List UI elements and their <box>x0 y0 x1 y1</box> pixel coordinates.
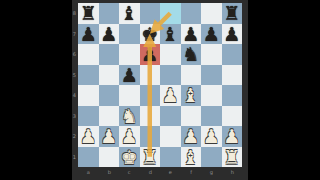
square-f2[interactable]: ♟ <box>181 126 202 147</box>
black-bishop[interactable]: ♝ <box>121 3 138 24</box>
square-h4[interactable] <box>222 85 243 106</box>
white-knight[interactable]: ♞ <box>121 106 138 127</box>
square-b4[interactable] <box>99 85 120 106</box>
square-d3[interactable] <box>140 106 161 127</box>
square-c3[interactable]: ♞ <box>119 106 140 127</box>
white-pawn[interactable]: ♟ <box>121 126 138 147</box>
black-pawn[interactable]: ♟ <box>203 24 220 45</box>
square-e1[interactable] <box>160 147 181 168</box>
rank-label-6: 6 <box>72 46 78 63</box>
square-d6[interactable]: ♟ <box>140 44 161 65</box>
white-rook[interactable]: ♜ <box>223 147 240 168</box>
square-b1[interactable] <box>99 147 120 168</box>
square-f3[interactable] <box>181 106 202 127</box>
black-pawn[interactable]: ♟ <box>100 24 117 45</box>
letterbox-right <box>248 0 320 180</box>
white-pawn[interactable]: ♟ <box>203 126 220 147</box>
square-c5[interactable]: ♟ <box>119 65 140 86</box>
file-label-b: b <box>100 167 117 176</box>
square-c8[interactable]: ♝ <box>119 3 140 24</box>
square-b8[interactable] <box>99 3 120 24</box>
square-e4[interactable]: ♟ <box>160 85 181 106</box>
square-g2[interactable]: ♟ <box>201 126 222 147</box>
square-h3[interactable] <box>222 106 243 127</box>
square-c2[interactable]: ♟ <box>119 126 140 147</box>
square-g3[interactable] <box>201 106 222 127</box>
black-pawn[interactable]: ♟ <box>121 65 138 86</box>
square-a8[interactable]: ♜ <box>78 3 99 24</box>
file-label-e: e <box>162 167 179 176</box>
black-pawn[interactable]: ♟ <box>80 24 97 45</box>
square-f7[interactable]: ♟ <box>181 24 202 45</box>
white-pawn[interactable]: ♟ <box>100 126 117 147</box>
white-pawn[interactable]: ♟ <box>162 85 179 106</box>
square-b7[interactable]: ♟ <box>99 24 120 45</box>
rank-label-4: 4 <box>72 87 78 104</box>
square-e6[interactable] <box>160 44 181 65</box>
square-c1[interactable]: ♚ <box>119 147 140 168</box>
file-labels: abcdefgh <box>78 167 242 177</box>
square-g4[interactable] <box>201 85 222 106</box>
square-a5[interactable] <box>78 65 99 86</box>
file-label-c: c <box>121 167 138 176</box>
rank-label-5: 5 <box>72 66 78 83</box>
square-e3[interactable] <box>160 106 181 127</box>
square-e8[interactable] <box>160 3 181 24</box>
square-h8[interactable]: ♜ <box>222 3 243 24</box>
rank-label-8: 8 <box>72 5 78 22</box>
square-b2[interactable]: ♟ <box>99 126 120 147</box>
square-a2[interactable]: ♟ <box>78 126 99 147</box>
square-f5[interactable] <box>181 65 202 86</box>
file-label-d: d <box>141 167 158 176</box>
rank-label-3: 3 <box>72 107 78 124</box>
black-bishop[interactable]: ♝ <box>162 24 179 45</box>
square-c6[interactable] <box>119 44 140 65</box>
square-e5[interactable] <box>160 65 181 86</box>
square-a3[interactable] <box>78 106 99 127</box>
file-label-f: f <box>182 167 199 176</box>
white-king[interactable]: ♚ <box>121 147 138 168</box>
white-pawn[interactable]: ♟ <box>182 126 199 147</box>
white-pawn[interactable]: ♟ <box>223 126 240 147</box>
square-c7[interactable] <box>119 24 140 45</box>
square-g6[interactable] <box>201 44 222 65</box>
square-h1[interactable]: ♜ <box>222 147 243 168</box>
white-bishop[interactable]: ♝ <box>182 85 199 106</box>
square-g5[interactable] <box>201 65 222 86</box>
black-rook[interactable]: ♜ <box>223 3 240 24</box>
square-f4[interactable]: ♝ <box>181 85 202 106</box>
black-king[interactable]: ♚ <box>141 24 158 45</box>
black-pawn[interactable]: ♟ <box>223 24 240 45</box>
square-a7[interactable]: ♟ <box>78 24 99 45</box>
white-rook[interactable]: ♜ <box>141 147 158 168</box>
white-bishop[interactable]: ♝ <box>182 147 199 168</box>
black-knight[interactable]: ♞ <box>182 44 199 65</box>
square-d4[interactable] <box>140 85 161 106</box>
black-rook[interactable]: ♜ <box>80 3 97 24</box>
file-label-a: a <box>80 167 97 176</box>
square-h2[interactable]: ♟ <box>222 126 243 147</box>
square-g1[interactable] <box>201 147 222 168</box>
square-d1[interactable]: ♜ <box>140 147 161 168</box>
square-h7[interactable]: ♟ <box>222 24 243 45</box>
black-pawn[interactable]: ♟ <box>141 44 158 65</box>
square-d2[interactable] <box>140 126 161 147</box>
file-label-h: h <box>223 167 240 176</box>
video-frame: 87654321 ♜♝♜♟♟♚♝♟♟♟♟♞♟♟♝♞♟♟♟♟♟♟♚♜♝♜ abcd… <box>0 0 320 180</box>
rank-label-1: 1 <box>72 148 78 165</box>
letterbox-left <box>0 0 72 180</box>
square-g8[interactable] <box>201 3 222 24</box>
black-pawn[interactable]: ♟ <box>182 24 199 45</box>
file-label-g: g <box>203 167 220 176</box>
square-d7[interactable]: ♚ <box>140 24 161 45</box>
square-h5[interactable] <box>222 65 243 86</box>
square-b6[interactable] <box>99 44 120 65</box>
square-h6[interactable] <box>222 44 243 65</box>
rank-label-7: 7 <box>72 25 78 42</box>
square-a6[interactable] <box>78 44 99 65</box>
square-e2[interactable] <box>160 126 181 147</box>
rank-labels: 87654321 <box>71 3 78 167</box>
square-f6[interactable]: ♞ <box>181 44 202 65</box>
square-a4[interactable] <box>78 85 99 106</box>
rank-label-2: 2 <box>72 128 78 145</box>
square-e7[interactable]: ♝ <box>160 24 181 45</box>
square-a1[interactable] <box>78 147 99 168</box>
square-c4[interactable] <box>119 85 140 106</box>
square-f8[interactable] <box>181 3 202 24</box>
chess-board: ♜♝♜♟♟♚♝♟♟♟♟♞♟♟♝♞♟♟♟♟♟♟♚♜♝♜ <box>78 3 242 167</box>
square-b3[interactable] <box>99 106 120 127</box>
square-d8[interactable] <box>140 3 161 24</box>
white-pawn[interactable]: ♟ <box>80 126 97 147</box>
square-f1[interactable]: ♝ <box>181 147 202 168</box>
square-d5[interactable] <box>140 65 161 86</box>
square-g7[interactable]: ♟ <box>201 24 222 45</box>
square-b5[interactable] <box>99 65 120 86</box>
